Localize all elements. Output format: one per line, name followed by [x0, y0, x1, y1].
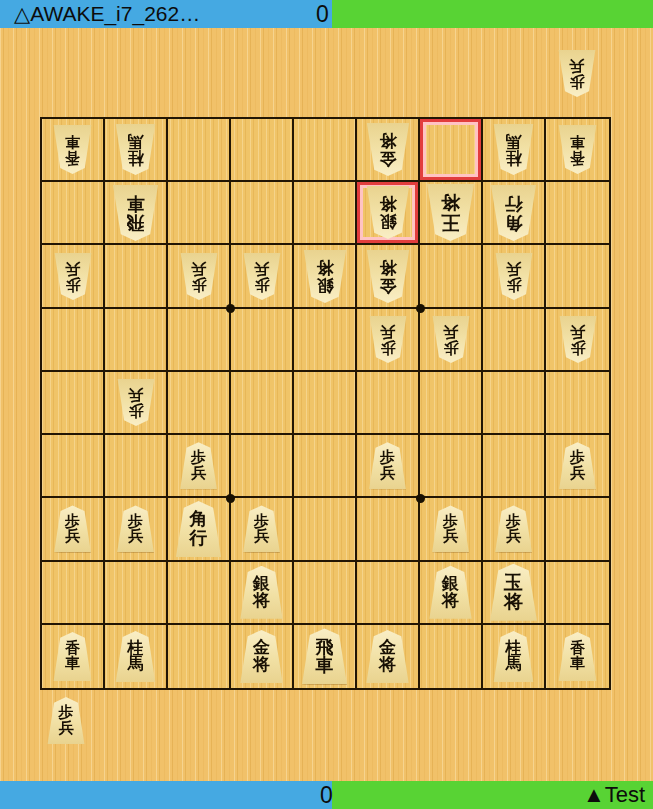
- shogi-piece-silver[interactable]: 銀将: [239, 566, 285, 619]
- board-cell[interactable]: [105, 435, 168, 498]
- piece-kanji: 歩: [65, 276, 80, 291]
- board-cell[interactable]: [105, 309, 168, 372]
- shogi-piece-gold[interactable]: 金将: [365, 123, 411, 176]
- board-cell[interactable]: [294, 182, 357, 245]
- shogi-piece-silver[interactable]: 銀将: [302, 250, 348, 303]
- gote-name-area: △AWAKE_i7_262…: [0, 0, 332, 28]
- shogi-piece-gold[interactable]: 金将: [239, 630, 285, 683]
- sente-hand-piece[interactable]: 歩兵: [46, 697, 86, 744]
- piece-kanji: 香: [65, 150, 80, 165]
- board-cell[interactable]: [546, 245, 609, 308]
- board-cell[interactable]: [294, 309, 357, 372]
- piece-kanji: 兵: [380, 324, 395, 339]
- shogi-piece-silver[interactable]: 銀将: [428, 566, 474, 619]
- board-cell[interactable]: [357, 562, 420, 625]
- board-cell[interactable]: 角行: [483, 182, 546, 245]
- board-cell[interactable]: 飛車: [294, 625, 357, 688]
- board-cell[interactable]: 金将: [357, 245, 420, 308]
- board-cell[interactable]: [294, 435, 357, 498]
- board-cell[interactable]: [483, 309, 546, 372]
- piece-kanji: 車: [65, 134, 80, 149]
- board-cell[interactable]: [105, 562, 168, 625]
- board-cell[interactable]: 桂馬: [483, 119, 546, 182]
- board-cell[interactable]: [546, 562, 609, 625]
- board-cell[interactable]: 香車: [546, 119, 609, 182]
- piece-kanji: 金: [379, 276, 396, 294]
- piece-kanji: 車: [570, 134, 585, 149]
- board-cell[interactable]: [231, 119, 294, 182]
- board-cell[interactable]: 歩兵: [105, 498, 168, 561]
- piece-kanji: 兵: [191, 261, 206, 276]
- board-cell[interactable]: [420, 435, 483, 498]
- shogi-piece-lance[interactable]: 香車: [52, 125, 93, 174]
- piece-kanji: 金: [379, 150, 396, 168]
- piece-kanji: 車: [570, 656, 585, 671]
- shogi-piece-pawn[interactable]: 歩兵: [368, 316, 408, 363]
- piece-kanji: 将: [253, 656, 270, 674]
- shogi-piece-gold[interactable]: 金将: [365, 250, 411, 303]
- gote-score-area: [332, 0, 653, 28]
- board-cell[interactable]: [168, 372, 231, 435]
- board-cell[interactable]: [546, 498, 609, 561]
- board-cell[interactable]: 歩兵: [546, 309, 609, 372]
- bottom-player-bar: ▲Test 0: [0, 781, 653, 809]
- shogi-piece-pawn[interactable]: 歩兵: [558, 442, 598, 489]
- piece-kanji: 馬: [128, 656, 144, 672]
- board-cell[interactable]: 歩兵: [42, 245, 105, 308]
- piece-kanji: 兵: [191, 466, 206, 481]
- piece-kanji: 将: [379, 195, 396, 213]
- shogi-piece-pawn[interactable]: 歩兵: [179, 442, 219, 489]
- piece-kanji: 将: [379, 132, 396, 150]
- piece-kanji: 兵: [506, 529, 521, 544]
- board-cell[interactable]: [420, 625, 483, 688]
- board-cell[interactable]: 歩兵: [483, 498, 546, 561]
- board-cell[interactable]: 歩兵: [231, 498, 294, 561]
- board-cell[interactable]: 歩兵: [168, 245, 231, 308]
- gote-captured-count: 0: [316, 0, 329, 28]
- shogi-piece-knight[interactable]: 桂馬: [114, 124, 157, 175]
- shogi-piece-silver[interactable]: 銀将: [365, 186, 411, 239]
- piece-kanji: 銀: [316, 276, 333, 294]
- shogi-piece-bishop[interactable]: 角行: [174, 501, 223, 557]
- board-cell[interactable]: [483, 435, 546, 498]
- shogi-piece-lance[interactable]: 香車: [557, 125, 598, 174]
- board-cell[interactable]: [294, 119, 357, 182]
- board-cell[interactable]: [105, 245, 168, 308]
- shogi-piece-pawn[interactable]: 歩兵: [46, 697, 86, 744]
- board-cell[interactable]: 歩兵: [357, 435, 420, 498]
- piece-kanji: 歩: [380, 339, 395, 354]
- piece-kanji: 歩: [443, 339, 458, 354]
- piece-kanji: 兵: [65, 261, 80, 276]
- shogi-piece-bishop[interactable]: 角行: [489, 185, 538, 241]
- shogi-piece-rook[interactable]: 飛車: [300, 628, 349, 684]
- shogi-piece-pawn[interactable]: 歩兵: [558, 316, 598, 363]
- piece-kanji: 兵: [570, 58, 585, 73]
- board-cell[interactable]: 桂馬: [105, 625, 168, 688]
- piece-kanji: 兵: [570, 466, 585, 481]
- board-cell[interactable]: [420, 119, 483, 182]
- piece-kanji: 将: [253, 592, 270, 610]
- board-cell[interactable]: [168, 182, 231, 245]
- shogi-board: 香車桂馬金将桂馬香車飛車銀将王将角行歩兵歩兵歩兵銀将金将歩兵歩兵歩兵歩兵歩兵歩兵…: [40, 117, 611, 690]
- shogi-piece-pawn[interactable]: 歩兵: [242, 505, 282, 552]
- gote-hand-piece[interactable]: 歩兵: [557, 50, 597, 97]
- board-cell[interactable]: 歩兵: [42, 498, 105, 561]
- board-cell[interactable]: 王将: [420, 182, 483, 245]
- shogi-piece-pawn[interactable]: 歩兵: [116, 505, 156, 552]
- piece-kanji: 角: [505, 213, 523, 232]
- board-cell[interactable]: 金将: [231, 625, 294, 688]
- board-cell[interactable]: 歩兵: [546, 435, 609, 498]
- piece-kanji: 行: [190, 529, 208, 548]
- shogi-piece-pawn[interactable]: 歩兵: [242, 253, 282, 300]
- board-cell[interactable]: 歩兵: [357, 309, 420, 372]
- sente-score-area: [0, 781, 332, 809]
- board-cell[interactable]: 桂馬: [483, 625, 546, 688]
- board-cell[interactable]: [294, 562, 357, 625]
- piece-kanji: 歩: [128, 402, 143, 417]
- piece-kanji: 将: [379, 656, 396, 674]
- board-cell[interactable]: [420, 245, 483, 308]
- shogi-piece-pawn[interactable]: 歩兵: [494, 253, 534, 300]
- piece-kanji: 行: [505, 194, 523, 213]
- piece-kanji: 兵: [380, 466, 395, 481]
- piece-kanji: 香: [570, 150, 585, 165]
- board-cell[interactable]: [168, 119, 231, 182]
- piece-kanji: 将: [379, 259, 396, 277]
- piece-kanji: 王: [441, 213, 460, 233]
- shogi-piece-pawn[interactable]: 歩兵: [53, 505, 93, 552]
- shogi-piece-pawn[interactable]: 歩兵: [53, 253, 93, 300]
- sente-captured-count: 0: [320, 781, 333, 809]
- shogi-piece-pawn[interactable]: 歩兵: [431, 505, 471, 552]
- sente-player-label: ▲Test: [583, 782, 653, 808]
- shogi-piece-lance[interactable]: 香車: [557, 632, 598, 681]
- board-cell[interactable]: [546, 372, 609, 435]
- piece-kanji: 兵: [443, 324, 458, 339]
- board-cell[interactable]: 銀将: [231, 562, 294, 625]
- top-player-bar: △AWAKE_i7_262… 0: [0, 0, 653, 28]
- board-cell[interactable]: [42, 562, 105, 625]
- shogi-piece-king[interactable]: 玉将: [488, 564, 539, 621]
- board-cell[interactable]: [483, 372, 546, 435]
- piece-kanji: 兵: [443, 529, 458, 544]
- shogi-piece-rook[interactable]: 飛車: [111, 185, 160, 241]
- shogi-piece-pawn[interactable]: 歩兵: [494, 505, 534, 552]
- board-cell[interactable]: [231, 182, 294, 245]
- board-cell[interactable]: [546, 182, 609, 245]
- piece-kanji: 将: [316, 259, 333, 277]
- piece-kanji: 歩: [570, 74, 585, 89]
- board-cell[interactable]: [168, 625, 231, 688]
- board-cell[interactable]: [168, 309, 231, 372]
- board-cell[interactable]: 歩兵: [231, 245, 294, 308]
- shogi-piece-lance[interactable]: 香車: [52, 632, 93, 681]
- piece-kanji: 兵: [59, 721, 74, 736]
- piece-kanji: 将: [504, 592, 523, 612]
- piece-kanji: 歩: [191, 276, 206, 291]
- piece-kanji: 兵: [128, 529, 143, 544]
- board-cell[interactable]: 銀将: [357, 182, 420, 245]
- piece-kanji: 歩: [570, 339, 585, 354]
- board-cell[interactable]: [231, 372, 294, 435]
- shogi-piece-king[interactable]: 王将: [425, 184, 476, 241]
- board-cell[interactable]: [231, 309, 294, 372]
- board-cell[interactable]: 銀将: [420, 562, 483, 625]
- piece-kanji: 馬: [128, 133, 144, 149]
- board-cell[interactable]: [294, 372, 357, 435]
- hoshi-dot: [416, 304, 425, 313]
- piece-kanji: 桂: [506, 150, 522, 166]
- piece-kanji: 車: [65, 656, 80, 671]
- shogi-piece-pawn[interactable]: 歩兵: [557, 50, 597, 97]
- board-cell[interactable]: 歩兵: [105, 372, 168, 435]
- shogi-piece-knight[interactable]: 桂馬: [114, 631, 157, 682]
- board-cell[interactable]: 歩兵: [420, 498, 483, 561]
- board-cell[interactable]: [42, 309, 105, 372]
- shogi-piece-pawn[interactable]: 歩兵: [368, 442, 408, 489]
- piece-kanji: 兵: [254, 529, 269, 544]
- board-cell[interactable]: 金将: [357, 625, 420, 688]
- board-cell[interactable]: 桂馬: [105, 119, 168, 182]
- board-cell[interactable]: 歩兵: [420, 309, 483, 372]
- board-cell[interactable]: [42, 435, 105, 498]
- piece-kanji: 兵: [254, 261, 269, 276]
- board-cell[interactable]: 香車: [42, 119, 105, 182]
- piece-kanji: 兵: [128, 387, 143, 402]
- piece-kanji: 歩: [506, 276, 521, 291]
- board-cell[interactable]: 角行: [168, 498, 231, 561]
- piece-kanji: 銀: [379, 213, 396, 231]
- shogi-piece-pawn[interactable]: 歩兵: [431, 316, 471, 363]
- board-cell[interactable]: [42, 372, 105, 435]
- board-cell[interactable]: [420, 372, 483, 435]
- piece-kanji: 車: [316, 656, 334, 675]
- board-cell[interactable]: [357, 498, 420, 561]
- board-cell[interactable]: 香車: [546, 625, 609, 688]
- board-cell[interactable]: [357, 372, 420, 435]
- shogi-piece-knight[interactable]: 桂馬: [492, 631, 535, 682]
- piece-kanji: 兵: [65, 529, 80, 544]
- board-cell[interactable]: 金将: [357, 119, 420, 182]
- piece-kanji: 兵: [506, 261, 521, 276]
- board-cell[interactable]: 歩兵: [168, 435, 231, 498]
- piece-kanji: 兵: [570, 324, 585, 339]
- piece-kanji: 桂: [128, 150, 144, 166]
- board-cell[interactable]: [42, 182, 105, 245]
- shogi-piece-gold[interactable]: 金将: [365, 630, 411, 683]
- hoshi-dot: [416, 494, 425, 503]
- board-cell[interactable]: 歩兵: [483, 245, 546, 308]
- shogi-piece-pawn[interactable]: 歩兵: [116, 379, 156, 426]
- board-cell[interactable]: 飛車: [105, 182, 168, 245]
- shogi-piece-pawn[interactable]: 歩兵: [179, 253, 219, 300]
- board-cell[interactable]: [294, 498, 357, 561]
- shogi-piece-knight[interactable]: 桂馬: [492, 124, 535, 175]
- board-cell[interactable]: 銀将: [294, 245, 357, 308]
- sente-name-area: ▲Test: [332, 781, 653, 809]
- board-cell[interactable]: [168, 562, 231, 625]
- piece-kanji: 車: [127, 194, 145, 213]
- piece-kanji: 馬: [506, 656, 522, 672]
- piece-kanji: 将: [442, 592, 459, 610]
- board-cell[interactable]: 玉将: [483, 562, 546, 625]
- piece-kanji: 馬: [506, 133, 522, 149]
- piece-kanji: 歩: [254, 276, 269, 291]
- gote-player-label: △AWAKE_i7_262…: [0, 2, 200, 26]
- board-cell[interactable]: 香車: [42, 625, 105, 688]
- piece-kanji: 飛: [127, 213, 145, 232]
- board-cell[interactable]: [231, 435, 294, 498]
- piece-kanji: 将: [441, 193, 460, 213]
